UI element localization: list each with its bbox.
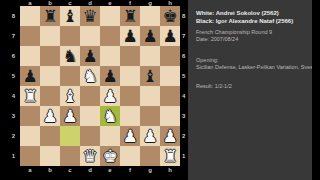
white-knight: ♞: [82, 66, 97, 86]
square-c3[interactable]: ♟: [60, 106, 80, 126]
black-bishop: ♝: [142, 66, 157, 86]
black-knight: ♞: [62, 46, 77, 66]
chess-board: ♜♝♛♜♚♟♟♟♞♟♟♞♟♝♜♝♟♟♟♞♟♟♟♛♚♜: [20, 6, 180, 166]
black-bishop: ♝: [62, 6, 77, 26]
file-label-g: g: [140, 166, 160, 174]
square-d3[interactable]: [80, 106, 100, 126]
white-king: ♚: [102, 146, 117, 166]
square-h5[interactable]: [160, 66, 180, 86]
square-a3[interactable]: [20, 106, 40, 126]
square-b3[interactable]: ♟: [40, 106, 60, 126]
white-rook: ♜: [162, 146, 177, 166]
square-g7[interactable]: ♟: [140, 26, 160, 46]
white-pawn: ♟: [102, 86, 117, 106]
square-b5[interactable]: [40, 66, 60, 86]
file-label-b: b: [40, 166, 60, 174]
result-line: Result: 1/2-1/2: [196, 83, 312, 90]
square-e4[interactable]: ♟: [100, 86, 120, 106]
white-queen: ♛: [82, 146, 97, 166]
square-d7[interactable]: [80, 26, 100, 46]
white-pawn: ♟: [162, 126, 177, 146]
square-h3[interactable]: [160, 106, 180, 126]
file-label-e: e: [100, 166, 120, 174]
black-rook: ♜: [42, 6, 57, 26]
square-d8[interactable]: ♛: [80, 6, 100, 26]
square-c5[interactable]: [60, 66, 80, 86]
square-h7[interactable]: ♟: [160, 26, 180, 46]
square-g3[interactable]: [140, 106, 160, 126]
file-labels-bottom: abcdefgh: [20, 166, 180, 174]
square-b1[interactable]: [40, 146, 60, 166]
black-rook: ♜: [122, 6, 137, 26]
square-b7[interactable]: [40, 26, 60, 46]
file-label-f: f: [120, 166, 140, 174]
app-window: abcdefgh 87654321 ♜♝♛♜♚♟♟♟♞♟♟♞♟♝♜♝♟♟♟♞♟♟…: [0, 0, 320, 180]
rank-label-7: 7: [0, 26, 15, 46]
square-f4[interactable]: [120, 86, 140, 106]
square-e6[interactable]: [100, 46, 120, 66]
square-b6[interactable]: [40, 46, 60, 66]
square-d5[interactable]: ♞: [80, 66, 100, 86]
square-e1[interactable]: ♚: [100, 146, 120, 166]
rank-label-6: 6: [0, 46, 15, 66]
white-pawn: ♟: [142, 126, 157, 146]
square-f2[interactable]: ♟: [120, 126, 140, 146]
white-pawn: ♟: [122, 126, 137, 146]
info-panel: White: Andrei Sokolov (2562) Black: Igor…: [188, 0, 312, 180]
square-a4[interactable]: ♜: [20, 86, 40, 106]
square-h4[interactable]: [160, 86, 180, 106]
square-b8[interactable]: ♜: [40, 6, 60, 26]
black-king: ♚: [162, 6, 177, 26]
square-g5[interactable]: ♝: [140, 66, 160, 86]
file-label-a: a: [20, 166, 40, 174]
square-c7[interactable]: [60, 26, 80, 46]
square-f7[interactable]: ♟: [120, 26, 140, 46]
square-g8[interactable]: [140, 6, 160, 26]
square-h2[interactable]: ♟: [160, 126, 180, 146]
square-g1[interactable]: [140, 146, 160, 166]
square-a1[interactable]: [20, 146, 40, 166]
square-f1[interactable]: [120, 146, 140, 166]
square-e5[interactable]: ♟: [100, 66, 120, 86]
square-c8[interactable]: ♝: [60, 6, 80, 26]
square-d4[interactable]: [80, 86, 100, 106]
square-c4[interactable]: ♝: [60, 86, 80, 106]
black-pawn: ♟: [122, 26, 137, 46]
square-d2[interactable]: [80, 126, 100, 146]
square-f6[interactable]: [120, 46, 140, 66]
square-e3[interactable]: ♞: [100, 106, 120, 126]
square-a7[interactable]: [20, 26, 40, 46]
black-pawn: ♟: [102, 66, 117, 86]
file-label-h: h: [160, 166, 180, 174]
square-a8[interactable]: [20, 6, 40, 26]
square-g4[interactable]: [140, 86, 160, 106]
black-pawn: ♟: [22, 66, 37, 86]
square-h6[interactable]: [160, 46, 180, 66]
black-pawn: ♟: [162, 26, 177, 46]
square-c2[interactable]: [60, 126, 80, 146]
square-e2[interactable]: [100, 126, 120, 146]
white-pawn: ♟: [62, 106, 77, 126]
white-player-line: White: Andrei Sokolov (2562): [196, 9, 312, 17]
rank-label-5: 5: [0, 66, 15, 86]
square-f5[interactable]: [120, 66, 140, 86]
white-knight: ♞: [102, 106, 117, 126]
white-rook: ♜: [22, 86, 37, 106]
square-b2[interactable]: [40, 126, 60, 146]
square-g6[interactable]: [140, 46, 160, 66]
square-a6[interactable]: [20, 46, 40, 66]
square-h8[interactable]: ♚: [160, 6, 180, 26]
square-e8[interactable]: [100, 6, 120, 26]
rank-label-2: 2: [0, 126, 15, 146]
black-pawn: ♟: [142, 26, 157, 46]
white-pawn: ♟: [42, 106, 57, 126]
rank-labels-left: 87654321: [0, 6, 15, 166]
square-f3[interactable]: [120, 106, 140, 126]
rank-label-4: 4: [0, 86, 15, 106]
square-h1[interactable]: ♜: [160, 146, 180, 166]
opening-name: Sicilian Defense, Lasker-Pelikan Variati…: [196, 64, 312, 71]
white-bishop: ♝: [62, 86, 77, 106]
date-line: Date: 2007/08/24: [196, 36, 312, 43]
event-line: French Championship Round 9: [196, 29, 312, 36]
rank-label-1: 1: [0, 146, 15, 166]
square-c1[interactable]: [60, 146, 80, 166]
square-e7[interactable]: [100, 26, 120, 46]
square-d1[interactable]: ♛: [80, 146, 100, 166]
file-label-c: c: [60, 166, 80, 174]
square-a5[interactable]: ♟: [20, 66, 40, 86]
square-c6[interactable]: ♞: [60, 46, 80, 66]
black-queen: ♛: [82, 6, 97, 26]
black-pawn: ♟: [82, 46, 97, 66]
black-player-line: Black: Igor Alexandre Nataf (2566): [196, 17, 312, 25]
square-d6[interactable]: ♟: [80, 46, 100, 66]
rank-label-8: 8: [0, 6, 15, 26]
square-g2[interactable]: ♟: [140, 126, 160, 146]
rank-label-3: 3: [0, 106, 15, 126]
opening-label: Opening:: [196, 57, 312, 64]
file-label-d: d: [80, 166, 100, 174]
square-f8[interactable]: ♜: [120, 6, 140, 26]
square-a2[interactable]: [20, 126, 40, 146]
square-b4[interactable]: [40, 86, 60, 106]
